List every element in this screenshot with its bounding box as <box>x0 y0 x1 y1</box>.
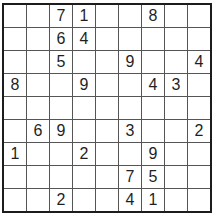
cell-r1c7[interactable]: 8 <box>142 5 164 27</box>
cell-r3c3[interactable]: 5 <box>50 51 72 73</box>
cell-r1c8[interactable] <box>165 5 187 27</box>
cell-r2c8[interactable] <box>165 28 187 50</box>
cell-r5c5[interactable] <box>96 97 118 119</box>
cell-r7c8[interactable] <box>165 143 187 165</box>
cell-r5c6[interactable] <box>119 97 141 119</box>
cell-r2c5[interactable] <box>96 28 118 50</box>
cell-r5c7[interactable] <box>142 97 164 119</box>
cell-r7c7[interactable]: 9 <box>142 143 164 165</box>
sudoku-board: 718645948943693212975241 <box>2 3 212 213</box>
cell-r7c3[interactable] <box>50 143 72 165</box>
cell-r5c2[interactable] <box>27 97 49 119</box>
cell-r7c5[interactable] <box>96 143 118 165</box>
cell-r6c5[interactable] <box>96 120 118 142</box>
cell-r9c5[interactable] <box>96 189 118 211</box>
cell-r6c1[interactable] <box>4 120 26 142</box>
cell-r5c9[interactable] <box>188 97 210 119</box>
cell-r9c4[interactable] <box>73 189 95 211</box>
cell-r4c4[interactable]: 9 <box>73 74 95 96</box>
cell-r3c9[interactable]: 4 <box>188 51 210 73</box>
cell-r9c6[interactable]: 4 <box>119 189 141 211</box>
cell-r8c6[interactable]: 7 <box>119 166 141 188</box>
cell-r1c3[interactable]: 7 <box>50 5 72 27</box>
cell-r6c9[interactable]: 2 <box>188 120 210 142</box>
cell-r2c7[interactable] <box>142 28 164 50</box>
cell-r7c2[interactable] <box>27 143 49 165</box>
cell-r9c3[interactable]: 2 <box>50 189 72 211</box>
cell-r1c2[interactable] <box>27 5 49 27</box>
cell-r4c1[interactable]: 8 <box>4 74 26 96</box>
cell-r1c1[interactable] <box>4 5 26 27</box>
cell-r6c6[interactable]: 3 <box>119 120 141 142</box>
cell-r8c3[interactable] <box>50 166 72 188</box>
cell-r3c4[interactable] <box>73 51 95 73</box>
cell-r5c1[interactable] <box>4 97 26 119</box>
cell-r8c8[interactable] <box>165 166 187 188</box>
cell-r3c8[interactable] <box>165 51 187 73</box>
cell-r3c5[interactable] <box>96 51 118 73</box>
cell-r2c3[interactable]: 6 <box>50 28 72 50</box>
cell-r1c5[interactable] <box>96 5 118 27</box>
cell-r1c4[interactable]: 1 <box>73 5 95 27</box>
cell-r2c4[interactable]: 4 <box>73 28 95 50</box>
cell-r7c6[interactable] <box>119 143 141 165</box>
cell-r7c4[interactable]: 2 <box>73 143 95 165</box>
cell-r2c2[interactable] <box>27 28 49 50</box>
cell-r4c7[interactable]: 4 <box>142 74 164 96</box>
cell-r6c2[interactable]: 6 <box>27 120 49 142</box>
cell-r1c6[interactable] <box>119 5 141 27</box>
cell-r5c4[interactable] <box>73 97 95 119</box>
cell-r8c4[interactable] <box>73 166 95 188</box>
cell-r9c2[interactable] <box>27 189 49 211</box>
cell-r9c8[interactable] <box>165 189 187 211</box>
cell-r1c9[interactable] <box>188 5 210 27</box>
cell-r5c3[interactable] <box>50 97 72 119</box>
cell-r6c4[interactable] <box>73 120 95 142</box>
cell-r2c9[interactable] <box>188 28 210 50</box>
cell-r3c6[interactable]: 9 <box>119 51 141 73</box>
sudoku-page: 718645948943693212975241 <box>0 0 212 220</box>
cell-r8c9[interactable] <box>188 166 210 188</box>
cell-r8c2[interactable] <box>27 166 49 188</box>
cell-r9c1[interactable] <box>4 189 26 211</box>
cell-r4c6[interactable] <box>119 74 141 96</box>
cell-r7c1[interactable]: 1 <box>4 143 26 165</box>
cell-r9c7[interactable]: 1 <box>142 189 164 211</box>
cell-r3c7[interactable] <box>142 51 164 73</box>
cell-r5c8[interactable] <box>165 97 187 119</box>
cell-r9c9[interactable] <box>188 189 210 211</box>
cell-r8c1[interactable] <box>4 166 26 188</box>
cell-r2c1[interactable] <box>4 28 26 50</box>
cell-r2c6[interactable] <box>119 28 141 50</box>
cell-r4c9[interactable] <box>188 74 210 96</box>
cell-r4c8[interactable]: 3 <box>165 74 187 96</box>
cell-r6c7[interactable] <box>142 120 164 142</box>
cell-r7c9[interactable] <box>188 143 210 165</box>
cell-r4c2[interactable] <box>27 74 49 96</box>
cell-r8c7[interactable]: 5 <box>142 166 164 188</box>
cell-r3c1[interactable] <box>4 51 26 73</box>
cell-r3c2[interactable] <box>27 51 49 73</box>
cell-r6c3[interactable]: 9 <box>50 120 72 142</box>
cell-r8c5[interactable] <box>96 166 118 188</box>
cell-r6c8[interactable] <box>165 120 187 142</box>
cell-r4c3[interactable] <box>50 74 72 96</box>
cell-r4c5[interactable] <box>96 74 118 96</box>
